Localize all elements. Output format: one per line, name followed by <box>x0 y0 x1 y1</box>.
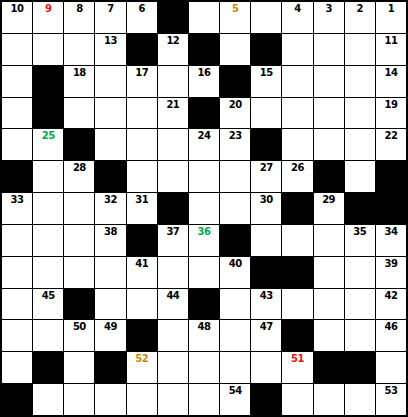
clue-number: 20 <box>220 98 250 111</box>
clue-number: 3 <box>314 2 344 15</box>
block-cell <box>251 129 281 160</box>
grid-cell[interactable] <box>345 129 375 160</box>
clue-number: 9 <box>33 2 63 15</box>
grid-cell[interactable]: 51 <box>282 352 312 383</box>
clue-number: 40 <box>220 257 250 270</box>
clue-number: 32 <box>95 193 125 206</box>
clue-number: 24 <box>189 129 219 142</box>
grid-cell[interactable]: 22 <box>376 129 406 160</box>
grid-cell[interactable]: 39 <box>376 257 406 288</box>
clue-number: 34 <box>376 225 406 238</box>
block-cell <box>189 98 219 129</box>
grid-cell[interactable] <box>251 225 281 256</box>
block-cell <box>345 352 375 383</box>
grid-cell[interactable] <box>2 98 32 129</box>
clue-number: 29 <box>314 193 344 206</box>
clue-number: 18 <box>64 66 94 79</box>
grid-cell[interactable]: 2 <box>345 2 375 33</box>
grid-cell[interactable]: 32 <box>95 193 125 224</box>
grid-cell[interactable]: 43 <box>251 289 281 320</box>
grid-cell[interactable] <box>220 320 250 351</box>
grid-cell[interactable] <box>64 193 94 224</box>
grid-cell[interactable] <box>251 98 281 129</box>
grid-cell[interactable] <box>220 161 250 192</box>
clue-number: 37 <box>158 225 188 238</box>
grid-cell[interactable]: 36 <box>189 225 219 256</box>
clue-number: 48 <box>189 320 219 333</box>
grid-cell[interactable] <box>314 289 344 320</box>
crossword-grid: 1098765432113121118171615142120192524232… <box>0 0 408 417</box>
grid-cell[interactable] <box>64 225 94 256</box>
grid-cell[interactable] <box>127 161 157 192</box>
grid-cell[interactable] <box>220 193 250 224</box>
grid-cell[interactable]: 41 <box>127 257 157 288</box>
clue-number: 17 <box>127 66 157 79</box>
block-cell <box>189 34 219 65</box>
grid-cell[interactable]: 21 <box>158 98 188 129</box>
grid-cell[interactable] <box>158 352 188 383</box>
grid-cell[interactable] <box>33 225 63 256</box>
grid-cell[interactable] <box>314 384 344 415</box>
crossword-puzzle: 1098765432113121118171615142120192524232… <box>0 0 408 417</box>
grid-cell[interactable] <box>95 129 125 160</box>
clue-number: 54 <box>220 384 250 397</box>
grid-cell[interactable] <box>2 129 32 160</box>
grid-cell[interactable] <box>2 257 32 288</box>
clue-number: 53 <box>376 384 406 397</box>
grid-cell[interactable] <box>158 66 188 97</box>
grid-cell[interactable] <box>189 2 219 33</box>
block-cell <box>33 98 63 129</box>
grid-cell[interactable] <box>189 161 219 192</box>
grid-cell[interactable] <box>33 257 63 288</box>
grid-cell[interactable]: 5 <box>220 2 250 33</box>
grid-cell[interactable] <box>2 225 32 256</box>
clue-number: 43 <box>251 289 281 302</box>
grid-cell[interactable]: 35 <box>345 225 375 256</box>
grid-cell[interactable] <box>33 161 63 192</box>
grid-cell[interactable] <box>33 384 63 415</box>
block-cell <box>127 225 157 256</box>
grid-cell[interactable] <box>345 320 375 351</box>
grid-cell[interactable] <box>95 384 125 415</box>
grid-cell[interactable]: 45 <box>33 289 63 320</box>
grid-cell[interactable] <box>345 289 375 320</box>
grid-cell[interactable] <box>189 257 219 288</box>
grid-cell[interactable] <box>345 34 375 65</box>
clue-number: 47 <box>251 320 281 333</box>
grid-cell[interactable]: 14 <box>376 66 406 97</box>
grid-cell[interactable]: 29 <box>314 193 344 224</box>
block-cell <box>251 34 281 65</box>
grid-cell[interactable] <box>220 34 250 65</box>
block-cell <box>345 193 375 224</box>
clue-number: 14 <box>376 66 406 79</box>
grid-cell[interactable] <box>127 129 157 160</box>
grid-cell[interactable]: 38 <box>95 225 125 256</box>
clue-number: 39 <box>376 257 406 270</box>
grid-cell[interactable] <box>64 34 94 65</box>
grid-cell[interactable] <box>2 320 32 351</box>
clue-number: 13 <box>95 34 125 47</box>
grid-cell[interactable]: 12 <box>158 34 188 65</box>
clue-number: 35 <box>345 225 375 238</box>
clue-number: 27 <box>251 161 281 174</box>
grid-cell[interactable] <box>345 161 375 192</box>
clue-number: 51 <box>282 352 312 365</box>
grid-cell[interactable]: 27 <box>251 161 281 192</box>
grid-cell[interactable] <box>282 289 312 320</box>
clue-number: 12 <box>158 34 188 47</box>
grid-cell[interactable] <box>314 34 344 65</box>
grid-cell[interactable]: 44 <box>158 289 188 320</box>
grid-cell[interactable]: 23 <box>220 129 250 160</box>
grid-cell[interactable] <box>345 66 375 97</box>
grid-cell[interactable]: 28 <box>64 161 94 192</box>
grid-cell[interactable] <box>158 161 188 192</box>
grid-cell[interactable] <box>282 129 312 160</box>
grid-cell[interactable]: 4 <box>282 2 312 33</box>
grid-cell[interactable] <box>314 257 344 288</box>
grid-cell[interactable] <box>251 352 281 383</box>
grid-cell[interactable] <box>95 98 125 129</box>
grid-cell[interactable] <box>2 289 32 320</box>
grid-cell[interactable]: 24 <box>189 129 219 160</box>
grid-cell[interactable]: 6 <box>127 2 157 33</box>
block-cell <box>282 257 312 288</box>
grid-cell[interactable] <box>189 193 219 224</box>
grid-cell[interactable]: 15 <box>251 66 281 97</box>
grid-cell[interactable] <box>158 384 188 415</box>
grid-cell[interactable] <box>2 34 32 65</box>
block-cell <box>2 161 32 192</box>
grid-cell[interactable]: 37 <box>158 225 188 256</box>
clue-number: 28 <box>64 161 94 174</box>
grid-cell[interactable]: 10 <box>2 2 32 33</box>
grid-cell[interactable] <box>33 34 63 65</box>
block-cell <box>95 161 125 192</box>
grid-cell[interactable] <box>314 320 344 351</box>
clue-number: 52 <box>127 352 157 365</box>
grid-cell[interactable] <box>95 289 125 320</box>
grid-cell[interactable] <box>127 384 157 415</box>
grid-cell[interactable] <box>64 352 94 383</box>
clue-number: 36 <box>189 225 219 238</box>
grid-cell[interactable] <box>345 98 375 129</box>
grid-cell[interactable]: 11 <box>376 34 406 65</box>
clue-number: 16 <box>189 66 219 79</box>
clue-number: 50 <box>64 320 94 333</box>
block-cell <box>95 352 125 383</box>
clue-number: 45 <box>33 289 63 302</box>
grid-cell[interactable]: 33 <box>2 193 32 224</box>
clue-number: 19 <box>376 98 406 111</box>
block-cell <box>314 352 344 383</box>
block-cell <box>33 352 63 383</box>
block-cell <box>220 225 250 256</box>
grid-cell[interactable] <box>127 98 157 129</box>
clue-number: 2 <box>345 2 375 15</box>
grid-cell[interactable]: 9 <box>33 2 63 33</box>
grid-cell[interactable] <box>345 257 375 288</box>
clue-number: 21 <box>158 98 188 111</box>
clue-number: 30 <box>251 193 281 206</box>
grid-cell[interactable] <box>95 66 125 97</box>
clue-number: 1 <box>376 2 406 15</box>
clue-number: 5 <box>220 2 250 15</box>
grid-cell[interactable] <box>376 352 406 383</box>
clue-number: 23 <box>220 129 250 142</box>
grid-cell[interactable] <box>158 129 188 160</box>
grid-cell[interactable]: 31 <box>127 193 157 224</box>
grid-cell[interactable] <box>2 66 32 97</box>
grid-cell[interactable]: 13 <box>95 34 125 65</box>
grid-cell[interactable]: 18 <box>64 66 94 97</box>
grid-cell[interactable] <box>282 34 312 65</box>
grid-cell[interactable]: 1 <box>376 2 406 33</box>
grid-cell[interactable] <box>127 289 157 320</box>
clue-number: 26 <box>282 161 312 174</box>
grid-cell[interactable] <box>189 352 219 383</box>
grid-cell[interactable]: 46 <box>376 320 406 351</box>
clue-number: 33 <box>2 193 32 206</box>
grid-cell[interactable]: 3 <box>314 2 344 33</box>
clue-number: 10 <box>2 2 32 15</box>
block-cell <box>220 66 250 97</box>
clue-number: 31 <box>127 193 157 206</box>
grid-cell[interactable] <box>314 66 344 97</box>
block-cell <box>2 384 32 415</box>
grid-cell[interactable] <box>282 384 312 415</box>
grid-cell[interactable] <box>2 352 32 383</box>
block-cell <box>127 34 157 65</box>
grid-cell[interactable]: 52 <box>127 352 157 383</box>
clue-number: 15 <box>251 66 281 79</box>
grid-cell[interactable] <box>220 289 250 320</box>
grid-cell[interactable]: 19 <box>376 98 406 129</box>
grid-cell[interactable] <box>282 66 312 97</box>
block-cell <box>251 384 281 415</box>
grid-cell[interactable] <box>64 98 94 129</box>
grid-cell[interactable] <box>33 320 63 351</box>
grid-cell[interactable]: 40 <box>220 257 250 288</box>
grid-cell[interactable]: 50 <box>64 320 94 351</box>
grid-cell[interactable]: 16 <box>189 66 219 97</box>
block-cell <box>158 2 188 33</box>
grid-cell[interactable] <box>158 257 188 288</box>
clue-number: 6 <box>127 2 157 15</box>
clue-number: 44 <box>158 289 188 302</box>
grid-cell[interactable]: 49 <box>95 320 125 351</box>
clue-number: 25 <box>33 129 63 142</box>
grid-cell[interactable]: 48 <box>189 320 219 351</box>
clue-number: 4 <box>282 2 312 15</box>
grid-cell[interactable] <box>314 129 344 160</box>
block-cell <box>251 257 281 288</box>
block-cell <box>376 193 406 224</box>
grid-cell[interactable]: 54 <box>220 384 250 415</box>
grid-cell[interactable] <box>158 320 188 351</box>
grid-cell[interactable]: 26 <box>282 161 312 192</box>
grid-cell[interactable] <box>314 225 344 256</box>
grid-cell[interactable] <box>64 384 94 415</box>
block-cell <box>282 193 312 224</box>
grid-cell[interactable] <box>251 2 281 33</box>
block-cell <box>158 193 188 224</box>
block-cell <box>189 289 219 320</box>
grid-cell[interactable]: 17 <box>127 66 157 97</box>
grid-cell[interactable]: 7 <box>95 2 125 33</box>
grid-cell[interactable] <box>189 384 219 415</box>
grid-cell[interactable]: 34 <box>376 225 406 256</box>
clue-number: 42 <box>376 289 406 302</box>
grid-cell[interactable] <box>33 193 63 224</box>
grid-cell[interactable] <box>220 352 250 383</box>
grid-cell[interactable] <box>64 257 94 288</box>
block-cell <box>33 66 63 97</box>
grid-cell[interactable]: 53 <box>376 384 406 415</box>
grid-cell[interactable] <box>314 98 344 129</box>
clue-number: 8 <box>64 2 94 15</box>
block-cell <box>127 320 157 351</box>
block-cell <box>64 129 94 160</box>
grid-cell[interactable]: 8 <box>64 2 94 33</box>
grid-cell[interactable]: 25 <box>33 129 63 160</box>
grid-cell[interactable] <box>95 257 125 288</box>
grid-cell[interactable]: 30 <box>251 193 281 224</box>
clue-number: 22 <box>376 129 406 142</box>
block-cell <box>64 289 94 320</box>
grid-cell[interactable] <box>345 384 375 415</box>
clue-number: 11 <box>376 34 406 47</box>
grid-cell[interactable] <box>282 225 312 256</box>
clue-number: 46 <box>376 320 406 333</box>
grid-cell[interactable]: 47 <box>251 320 281 351</box>
clue-number: 41 <box>127 257 157 270</box>
grid-cell[interactable] <box>282 98 312 129</box>
clue-number: 38 <box>95 225 125 238</box>
block-cell <box>282 320 312 351</box>
block-cell <box>314 161 344 192</box>
clue-number: 7 <box>95 2 125 15</box>
block-cell <box>376 161 406 192</box>
grid-cell[interactable]: 42 <box>376 289 406 320</box>
clue-number: 49 <box>95 320 125 333</box>
grid-cell[interactable]: 20 <box>220 98 250 129</box>
